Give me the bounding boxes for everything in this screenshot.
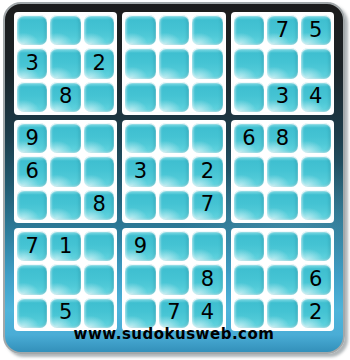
cell-r1c7[interactable] [234, 15, 264, 45]
cell-r6c4[interactable] [125, 190, 155, 220]
cell-r6c7[interactable] [234, 190, 264, 220]
cell-r4c5[interactable] [159, 123, 189, 153]
cell-r8c1[interactable] [17, 264, 47, 294]
cell-r5c5[interactable] [159, 156, 189, 186]
cell-r1c9[interactable]: 5 [301, 15, 331, 45]
cell-r8c5[interactable] [159, 264, 189, 294]
cell-r5c8[interactable] [267, 156, 297, 186]
cell-r6c1[interactable] [17, 190, 47, 220]
box-2-2: 327 [122, 120, 225, 223]
cell-r1c4[interactable] [125, 15, 155, 45]
cell-r4c4[interactable] [125, 123, 155, 153]
cell-r2c8[interactable] [267, 48, 297, 78]
cell-r5c3[interactable] [84, 156, 114, 186]
cell-r1c2[interactable] [50, 15, 80, 45]
cell-r6c3[interactable]: 8 [84, 190, 114, 220]
cell-r6c5[interactable] [159, 190, 189, 220]
box-2-3: 68 [231, 120, 334, 223]
cell-r4c2[interactable] [50, 123, 80, 153]
cell-r2c5[interactable] [159, 48, 189, 78]
box-3-2: 9874 [122, 228, 225, 331]
box-1-2 [122, 12, 225, 115]
box-1-3: 7534 [231, 12, 334, 115]
cell-r7c9[interactable] [301, 231, 331, 261]
cell-r3c5[interactable] [159, 82, 189, 112]
cell-r7c3[interactable] [84, 231, 114, 261]
cell-r3c9[interactable]: 4 [301, 82, 331, 112]
cell-r7c5[interactable] [159, 231, 189, 261]
cell-r4c1[interactable]: 9 [17, 123, 47, 153]
cell-r3c8[interactable]: 3 [267, 82, 297, 112]
cell-r2c9[interactable] [301, 48, 331, 78]
cell-r6c2[interactable] [50, 190, 80, 220]
cell-r6c9[interactable] [301, 190, 331, 220]
cell-r7c6[interactable] [192, 231, 222, 261]
site-url-label: www.sudokusweb.com [5, 324, 343, 344]
cell-r5c9[interactable] [301, 156, 331, 186]
cell-r3c2[interactable]: 8 [50, 82, 80, 112]
cell-r8c9[interactable]: 6 [301, 264, 331, 294]
cell-r8c6[interactable]: 8 [192, 264, 222, 294]
cell-r7c2[interactable]: 1 [50, 231, 80, 261]
cell-r7c1[interactable]: 7 [17, 231, 47, 261]
cell-r5c2[interactable] [50, 156, 80, 186]
cell-r2c7[interactable] [234, 48, 264, 78]
cell-r3c1[interactable] [17, 82, 47, 112]
cell-r3c6[interactable] [192, 82, 222, 112]
cell-r4c8[interactable]: 8 [267, 123, 297, 153]
cell-r7c7[interactable] [234, 231, 264, 261]
cell-r5c4[interactable]: 3 [125, 156, 155, 186]
box-2-1: 968 [14, 120, 117, 223]
cell-r5c6[interactable]: 2 [192, 156, 222, 186]
cell-r4c6[interactable] [192, 123, 222, 153]
cell-r2c6[interactable] [192, 48, 222, 78]
sudoku-board: 328753496832768715987462 [14, 12, 334, 331]
cell-r7c8[interactable] [267, 231, 297, 261]
cell-r2c1[interactable]: 3 [17, 48, 47, 78]
board-frame: 328753496832768715987462 www.sudokusweb.… [3, 2, 345, 354]
cell-r2c4[interactable] [125, 48, 155, 78]
cell-r5c7[interactable] [234, 156, 264, 186]
cell-r8c8[interactable] [267, 264, 297, 294]
cell-r1c5[interactable] [159, 15, 189, 45]
sudoku-app: 328753496832768715987462 www.sudokusweb.… [0, 0, 350, 360]
cell-r8c3[interactable] [84, 264, 114, 294]
cell-r2c3[interactable]: 2 [84, 48, 114, 78]
cell-r8c2[interactable] [50, 264, 80, 294]
cell-r1c3[interactable] [84, 15, 114, 45]
cell-r8c4[interactable] [125, 264, 155, 294]
box-1-1: 328 [14, 12, 117, 115]
cell-r4c3[interactable] [84, 123, 114, 153]
cell-r5c1[interactable]: 6 [17, 156, 47, 186]
cell-r6c6[interactable]: 7 [192, 190, 222, 220]
cell-r3c7[interactable] [234, 82, 264, 112]
cell-r4c7[interactable]: 6 [234, 123, 264, 153]
cell-r6c8[interactable] [267, 190, 297, 220]
cell-r7c4[interactable]: 9 [125, 231, 155, 261]
cell-r8c7[interactable] [234, 264, 264, 294]
cell-r4c9[interactable] [301, 123, 331, 153]
cell-r1c1[interactable] [17, 15, 47, 45]
cell-r1c8[interactable]: 7 [267, 15, 297, 45]
cell-r3c4[interactable] [125, 82, 155, 112]
cell-r1c6[interactable] [192, 15, 222, 45]
cell-r2c2[interactable] [50, 48, 80, 78]
box-3-3: 62 [231, 228, 334, 331]
box-3-1: 715 [14, 228, 117, 331]
cell-r3c3[interactable] [84, 82, 114, 112]
